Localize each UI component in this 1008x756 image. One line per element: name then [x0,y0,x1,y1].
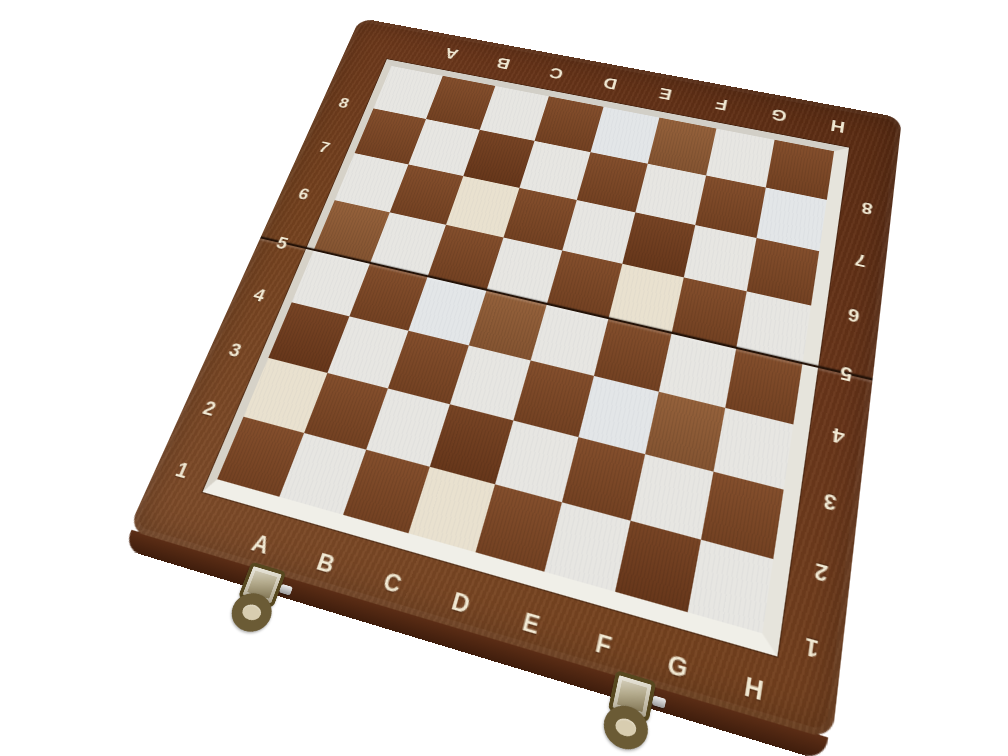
file-label-bottom-g: G [666,650,690,682]
rank-label-right-4: 4 [831,424,846,447]
rank-label-right-8: 8 [861,199,874,217]
product-photo: ABCDEFGHABCDEFGH8765432187654321 [0,0,1008,756]
chess-board: ABCDEFGHABCDEFGH8765432187654321 [128,18,902,740]
rank-label-right-6: 6 [847,305,861,326]
rank-label-right-7: 7 [854,250,867,269]
file-label-top-g: G [770,106,788,124]
rank-label-right-3: 3 [822,489,837,514]
file-label-bottom-h: H [743,672,766,704]
rank-label-right-5: 5 [839,363,853,385]
rank-label-right-2: 2 [813,559,829,586]
file-label-top-h: H [829,117,846,135]
